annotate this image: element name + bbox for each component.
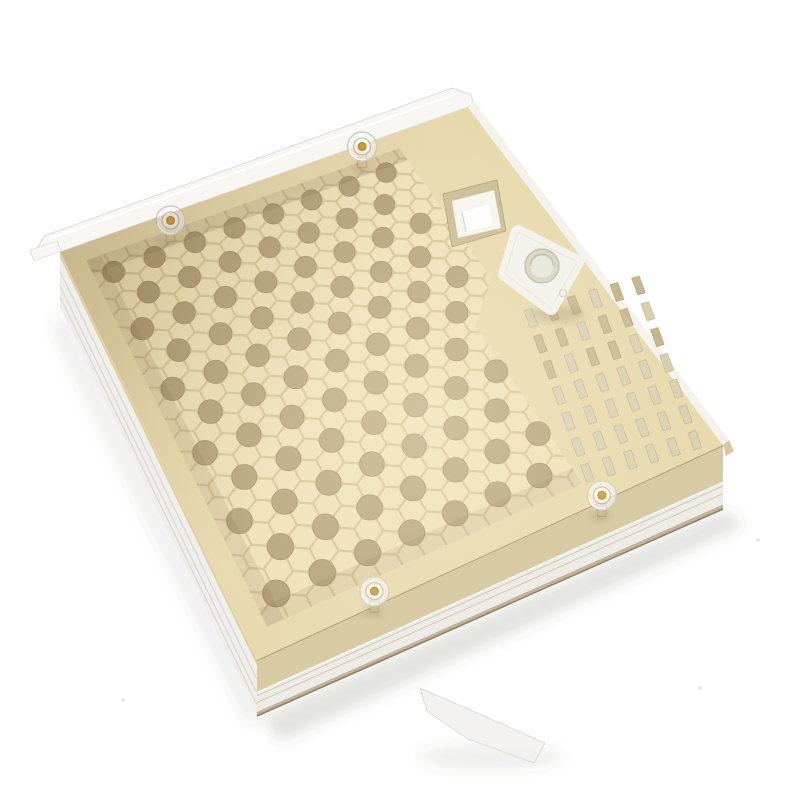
product-photo-stage — [0, 0, 800, 800]
product-photo — [0, 0, 800, 800]
